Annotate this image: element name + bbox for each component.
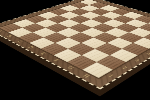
chess-board: ABCDEFGH 87654321 bbox=[0, 0, 150, 88]
chessboard-photo: ABCDEFGH 87654321 bbox=[0, 0, 150, 100]
perspective-scene: ABCDEFGH 87654321 bbox=[0, 0, 150, 100]
